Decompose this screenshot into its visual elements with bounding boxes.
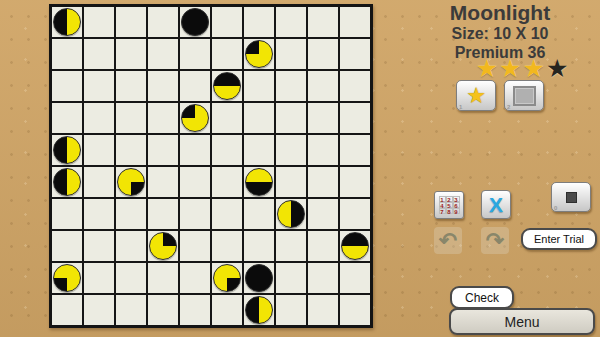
board-cell[interactable] bbox=[244, 103, 274, 133]
board-cell[interactable] bbox=[340, 231, 370, 261]
moon-piece-q-br bbox=[117, 168, 145, 196]
star-mode-button[interactable]: ★ 1 bbox=[456, 80, 496, 111]
board-cell[interactable] bbox=[212, 103, 242, 133]
board-cell[interactable] bbox=[308, 231, 338, 261]
undo-arrow-icon: ↶ bbox=[439, 230, 457, 252]
board-cell[interactable] bbox=[116, 263, 146, 293]
board-cell[interactable] bbox=[340, 263, 370, 293]
board-cell[interactable] bbox=[148, 295, 178, 325]
board-cell[interactable] bbox=[52, 7, 82, 37]
board-cell[interactable] bbox=[340, 7, 370, 37]
board-cell[interactable] bbox=[308, 167, 338, 197]
board-cell[interactable] bbox=[340, 39, 370, 69]
board-cell[interactable] bbox=[244, 295, 274, 325]
board-cell[interactable] bbox=[148, 135, 178, 165]
board-cell[interactable] bbox=[180, 103, 210, 133]
moon-piece-half-l bbox=[53, 168, 81, 196]
board-cell[interactable] bbox=[52, 295, 82, 325]
board-cell[interactable] bbox=[212, 167, 242, 197]
board-cell[interactable] bbox=[52, 199, 82, 229]
redo-button[interactable]: ↷ bbox=[481, 227, 509, 254]
screenshot-icon bbox=[513, 86, 536, 106]
board-cell[interactable] bbox=[276, 231, 306, 261]
board-cell[interactable] bbox=[116, 39, 146, 69]
number-pad-button[interactable]: 123456789 bbox=[434, 191, 464, 219]
board-cell[interactable] bbox=[212, 7, 242, 37]
board-cell[interactable] bbox=[212, 71, 242, 101]
board-cell[interactable] bbox=[340, 71, 370, 101]
board-cell[interactable] bbox=[148, 7, 178, 37]
x-icon: X bbox=[489, 194, 503, 215]
keypad-digit: 8 bbox=[446, 208, 453, 214]
board-cell[interactable] bbox=[212, 263, 242, 293]
x-marker-button[interactable]: X bbox=[481, 190, 511, 219]
hotkey-label: 1 bbox=[459, 104, 462, 110]
board-cell[interactable] bbox=[148, 103, 178, 133]
board-cell[interactable] bbox=[148, 167, 178, 197]
hotkey-label: 0 bbox=[554, 205, 557, 211]
board-cell[interactable] bbox=[340, 103, 370, 133]
board-cell[interactable] bbox=[116, 71, 146, 101]
board-cell[interactable] bbox=[308, 7, 338, 37]
page-title: Moonlight bbox=[400, 1, 600, 25]
board-cell[interactable] bbox=[276, 71, 306, 101]
board-cell[interactable] bbox=[116, 295, 146, 325]
board-cell[interactable] bbox=[244, 263, 274, 293]
board-cell[interactable] bbox=[84, 39, 114, 69]
board-cell[interactable] bbox=[52, 39, 82, 69]
board-cell[interactable] bbox=[148, 39, 178, 69]
board-cell[interactable] bbox=[84, 135, 114, 165]
board-cell[interactable] bbox=[148, 71, 178, 101]
menu-button[interactable]: Menu bbox=[449, 308, 595, 335]
keypad-digit: 9 bbox=[453, 208, 460, 214]
board-cell[interactable] bbox=[276, 103, 306, 133]
board-cell[interactable] bbox=[276, 39, 306, 69]
board-cell[interactable] bbox=[148, 199, 178, 229]
board-cell[interactable] bbox=[180, 71, 210, 101]
board-cell[interactable] bbox=[180, 263, 210, 293]
board-cell[interactable] bbox=[308, 135, 338, 165]
board-cell[interactable] bbox=[212, 231, 242, 261]
moon-piece-full bbox=[181, 8, 209, 36]
small-square-button[interactable]: 0 bbox=[551, 182, 591, 212]
board-cell[interactable] bbox=[84, 103, 114, 133]
board-cell[interactable] bbox=[276, 263, 306, 293]
board-cell[interactable] bbox=[180, 135, 210, 165]
board-cell[interactable] bbox=[244, 135, 274, 165]
moon-piece-half-t bbox=[341, 232, 369, 260]
board-cell[interactable] bbox=[276, 295, 306, 325]
dark-star-icon: ★ bbox=[546, 56, 568, 81]
board-cell[interactable] bbox=[180, 199, 210, 229]
board-cell[interactable] bbox=[84, 7, 114, 37]
moon-piece-q-br bbox=[213, 264, 241, 292]
board-cell[interactable] bbox=[116, 167, 146, 197]
board-cell[interactable] bbox=[180, 231, 210, 261]
board-cell[interactable] bbox=[52, 71, 82, 101]
moon-piece-q-tr bbox=[149, 232, 177, 260]
keypad-grid-icon: 123456789 bbox=[439, 196, 460, 214]
moon-piece-half-l bbox=[245, 296, 273, 324]
board-cell[interactable] bbox=[340, 199, 370, 229]
moon-piece-q-bl bbox=[53, 264, 81, 292]
board-cell[interactable] bbox=[116, 103, 146, 133]
board-cell[interactable] bbox=[276, 167, 306, 197]
board-cell[interactable] bbox=[308, 263, 338, 293]
moon-piece-full bbox=[245, 264, 273, 292]
gold-star-icon: ★ bbox=[499, 56, 521, 81]
board-cell[interactable] bbox=[308, 103, 338, 133]
board-cell[interactable] bbox=[52, 135, 82, 165]
board-cell[interactable] bbox=[308, 39, 338, 69]
star-rating: ★★★★ bbox=[452, 56, 592, 81]
board-cell[interactable] bbox=[180, 39, 210, 69]
gold-star-icon: ★ bbox=[523, 56, 545, 81]
check-button[interactable]: Check bbox=[450, 286, 514, 309]
undo-button[interactable]: ↶ bbox=[434, 227, 462, 254]
board-cell[interactable] bbox=[276, 7, 306, 37]
board-cell[interactable] bbox=[116, 199, 146, 229]
square-icon bbox=[566, 192, 577, 203]
moon-piece-q-tl bbox=[181, 104, 209, 132]
board-cell[interactable] bbox=[116, 135, 146, 165]
board-cell[interactable] bbox=[340, 135, 370, 165]
board-cell[interactable] bbox=[84, 231, 114, 261]
board-cell[interactable] bbox=[84, 199, 114, 229]
board-cell[interactable] bbox=[116, 231, 146, 261]
star-icon: ★ bbox=[466, 85, 486, 107]
moon-piece-half-l bbox=[53, 8, 81, 36]
board-cell[interactable] bbox=[212, 199, 242, 229]
board-cell[interactable] bbox=[52, 103, 82, 133]
board-cell[interactable] bbox=[244, 7, 274, 37]
board-cell[interactable] bbox=[84, 295, 114, 325]
board-cell[interactable] bbox=[180, 167, 210, 197]
moon-piece-half-r bbox=[277, 200, 305, 228]
redo-arrow-icon: ↷ bbox=[486, 230, 504, 252]
board-cell[interactable] bbox=[52, 167, 82, 197]
board-cell[interactable] bbox=[276, 135, 306, 165]
board-cell[interactable] bbox=[84, 263, 114, 293]
board-cell[interactable] bbox=[244, 71, 274, 101]
moon-piece-half-l bbox=[53, 136, 81, 164]
board-cell[interactable] bbox=[340, 167, 370, 197]
screenshot-button[interactable]: 2 bbox=[504, 80, 544, 111]
board-cell[interactable] bbox=[84, 71, 114, 101]
board-cell[interactable] bbox=[340, 295, 370, 325]
enter-trial-button[interactable]: Enter Trial bbox=[521, 228, 597, 250]
board-cell[interactable] bbox=[212, 39, 242, 69]
board-cell[interactable] bbox=[212, 295, 242, 325]
board-cell[interactable] bbox=[116, 7, 146, 37]
board-cell[interactable] bbox=[244, 39, 274, 69]
board-cell[interactable] bbox=[212, 135, 242, 165]
board-cell[interactable] bbox=[308, 71, 338, 101]
puzzle-board bbox=[49, 4, 373, 328]
gold-star-icon: ★ bbox=[476, 56, 498, 81]
board-cell[interactable] bbox=[180, 7, 210, 37]
board-cell[interactable] bbox=[308, 295, 338, 325]
board-cell[interactable] bbox=[244, 231, 274, 261]
moon-piece-half-b bbox=[245, 168, 273, 196]
board-cell[interactable] bbox=[244, 199, 274, 229]
keypad-digit: 7 bbox=[439, 208, 446, 214]
board-cell[interactable] bbox=[244, 167, 274, 197]
board-cell[interactable] bbox=[276, 199, 306, 229]
board-cell[interactable] bbox=[180, 295, 210, 325]
board-cell[interactable] bbox=[148, 231, 178, 261]
board-cell[interactable] bbox=[148, 263, 178, 293]
board-cell[interactable] bbox=[52, 263, 82, 293]
board-cell[interactable] bbox=[84, 167, 114, 197]
board-cell[interactable] bbox=[308, 199, 338, 229]
moon-piece-q-tl bbox=[245, 40, 273, 68]
hotkey-label: 2 bbox=[507, 104, 510, 110]
size-label: Size: 10 X 10 bbox=[400, 25, 600, 43]
moon-piece-half-t bbox=[213, 72, 241, 100]
board-cell[interactable] bbox=[52, 231, 82, 261]
